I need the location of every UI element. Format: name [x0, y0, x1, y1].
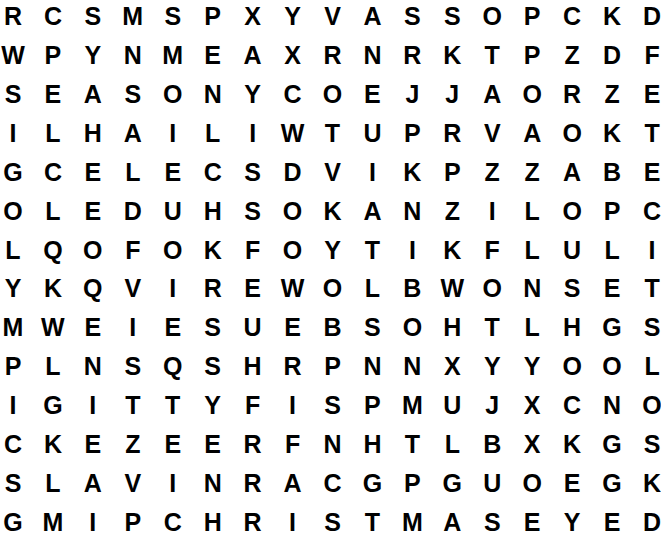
grid-cell[interactable]: L — [193, 114, 233, 153]
grid-cell[interactable]: T — [632, 114, 661, 153]
grid-cell[interactable]: K — [33, 269, 73, 308]
grid-cell[interactable]: R — [273, 347, 313, 386]
grid-cell[interactable]: L — [592, 231, 632, 270]
grid-cell[interactable]: V — [313, 0, 353, 36]
grid-cell[interactable]: E — [632, 153, 661, 192]
grid-cell[interactable]: Z — [472, 153, 512, 192]
grid-cell[interactable]: M — [113, 0, 153, 36]
grid-cell[interactable]: P — [392, 464, 432, 503]
grid-cell[interactable]: F — [273, 425, 313, 464]
grid-cell[interactable]: V — [472, 114, 512, 153]
grid-cell[interactable]: C — [0, 425, 33, 464]
grid-cell[interactable]: G — [352, 464, 392, 503]
grid-cell[interactable]: G — [0, 153, 33, 192]
grid-cell[interactable]: S — [233, 153, 273, 192]
grid-cell[interactable]: N — [392, 347, 432, 386]
grid-cell[interactable]: K — [632, 464, 661, 503]
grid-cell[interactable]: S — [552, 269, 592, 308]
grid-cell[interactable]: O — [592, 347, 632, 386]
grid-cell[interactable]: Y — [552, 503, 592, 542]
grid-cell[interactable]: P — [33, 36, 73, 75]
grid-cell[interactable]: A — [552, 153, 592, 192]
grid-cell[interactable]: P — [113, 503, 153, 542]
grid-cell[interactable]: W — [33, 308, 73, 347]
grid-cell[interactable]: C — [33, 153, 73, 192]
grid-cell[interactable]: N — [392, 192, 432, 231]
grid-cell[interactable]: U — [153, 192, 193, 231]
grid-cell[interactable]: T — [153, 386, 193, 425]
grid-cell[interactable]: A — [472, 75, 512, 114]
grid-cell[interactable]: O — [313, 269, 353, 308]
grid-cell[interactable]: O — [313, 75, 353, 114]
grid-cell[interactable]: T — [113, 386, 153, 425]
grid-cell[interactable]: O — [552, 192, 592, 231]
grid-cell[interactable]: E — [73, 425, 113, 464]
grid-cell[interactable]: Q — [33, 231, 73, 270]
grid-cell[interactable]: H — [193, 503, 233, 542]
grid-cell[interactable]: W — [432, 269, 472, 308]
grid-cell[interactable]: T — [472, 308, 512, 347]
grid-cell[interactable]: H — [73, 114, 113, 153]
grid-cell[interactable]: L — [33, 347, 73, 386]
grid-cell[interactable]: S — [153, 0, 193, 36]
grid-cell[interactable]: O — [273, 231, 313, 270]
grid-cell[interactable]: I — [273, 503, 313, 542]
grid-cell[interactable]: L — [512, 308, 552, 347]
grid-cell[interactable]: T — [632, 269, 661, 308]
grid-cell[interactable]: R — [0, 0, 33, 36]
grid-cell[interactable]: M — [33, 503, 73, 542]
grid-cell[interactable]: Y — [313, 231, 353, 270]
grid-cell[interactable]: G — [33, 386, 73, 425]
grid-cell[interactable]: C — [313, 464, 353, 503]
grid-cell[interactable]: E — [273, 308, 313, 347]
grid-cell[interactable]: E — [552, 464, 592, 503]
grid-cell[interactable]: T — [313, 114, 353, 153]
grid-cell[interactable]: T — [472, 36, 512, 75]
grid-cell[interactable]: S — [0, 464, 33, 503]
grid-cell[interactable]: Y — [193, 386, 233, 425]
grid-cell[interactable]: I — [472, 192, 512, 231]
grid-cell[interactable]: G — [432, 464, 472, 503]
grid-cell[interactable]: H — [552, 308, 592, 347]
grid-cell[interactable]: T — [392, 425, 432, 464]
grid-cell[interactable]: L — [33, 192, 73, 231]
grid-cell[interactable]: W — [273, 269, 313, 308]
grid-cell[interactable]: L — [113, 153, 153, 192]
grid-cell[interactable]: P — [512, 0, 552, 36]
grid-cell[interactable]: J — [472, 386, 512, 425]
grid-cell[interactable]: E — [193, 425, 233, 464]
grid-cell[interactable]: K — [592, 0, 632, 36]
grid-cell[interactable]: K — [33, 425, 73, 464]
grid-cell[interactable]: X — [512, 425, 552, 464]
grid-cell[interactable]: C — [33, 0, 73, 36]
grid-cell[interactable]: N — [73, 347, 113, 386]
grid-cell[interactable]: X — [432, 347, 472, 386]
grid-cell[interactable]: Y — [73, 36, 113, 75]
grid-cell[interactable]: H — [193, 192, 233, 231]
grid-cell[interactable]: O — [392, 308, 432, 347]
grid-cell[interactable]: T — [352, 503, 392, 542]
grid-cell[interactable]: I — [392, 231, 432, 270]
grid-cell[interactable]: R — [233, 503, 273, 542]
grid-cell[interactable]: Y — [233, 75, 273, 114]
grid-cell[interactable]: E — [352, 75, 392, 114]
grid-cell[interactable]: V — [113, 269, 153, 308]
grid-cell[interactable]: S — [313, 386, 353, 425]
grid-cell[interactable]: G — [0, 503, 33, 542]
grid-cell[interactable]: C — [193, 153, 233, 192]
grid-cell[interactable]: R — [233, 425, 273, 464]
grid-cell[interactable]: I — [352, 153, 392, 192]
grid-cell[interactable]: Y — [472, 347, 512, 386]
grid-cell[interactable]: N — [352, 347, 392, 386]
grid-cell[interactable]: P — [352, 386, 392, 425]
grid-cell[interactable]: P — [392, 114, 432, 153]
grid-cell[interactable]: N — [193, 75, 233, 114]
grid-cell[interactable]: O — [0, 192, 33, 231]
grid-cell[interactable]: Y — [0, 269, 33, 308]
grid-cell[interactable]: R — [432, 114, 472, 153]
grid-cell[interactable]: R — [233, 464, 273, 503]
grid-cell[interactable]: D — [273, 153, 313, 192]
grid-cell[interactable]: E — [592, 503, 632, 542]
grid-cell[interactable]: P — [512, 36, 552, 75]
grid-cell[interactable]: I — [73, 386, 113, 425]
grid-cell[interactable]: P — [313, 347, 353, 386]
grid-cell[interactable]: R — [552, 75, 592, 114]
grid-cell[interactable]: D — [113, 192, 153, 231]
grid-cell[interactable]: P — [193, 0, 233, 36]
grid-cell[interactable]: D — [632, 503, 661, 542]
grid-cell[interactable]: S — [233, 192, 273, 231]
grid-cell[interactable]: D — [632, 0, 661, 36]
grid-cell[interactable]: S — [432, 0, 472, 36]
grid-cell[interactable]: E — [153, 153, 193, 192]
grid-cell[interactable]: T — [352, 231, 392, 270]
grid-cell[interactable]: I — [73, 503, 113, 542]
grid-cell[interactable]: V — [113, 464, 153, 503]
grid-cell[interactable]: G — [592, 464, 632, 503]
grid-cell[interactable]: E — [33, 75, 73, 114]
grid-cell[interactable]: E — [73, 308, 113, 347]
grid-cell[interactable]: O — [512, 464, 552, 503]
grid-cell[interactable]: K — [313, 192, 353, 231]
grid-cell[interactable]: F — [233, 386, 273, 425]
word-search-page: RCSMSPXYVASSOPCKDWPYNMEAXRNRKTPZDFSEASON… — [0, 0, 661, 543]
grid-cell[interactable]: R — [193, 269, 233, 308]
grid-cell[interactable]: E — [193, 36, 233, 75]
grid-cell[interactable]: G — [592, 425, 632, 464]
grid-cell[interactable]: A — [233, 36, 273, 75]
grid-cell[interactable]: P — [432, 153, 472, 192]
word-search-grid: RCSMSPXYVASSOPCKDWPYNMEAXRNRKTPZDFSEASON… — [0, 0, 661, 542]
grid-cell[interactable]: I — [113, 308, 153, 347]
grid-cell[interactable]: I — [632, 231, 661, 270]
grid-cell[interactable]: S — [352, 308, 392, 347]
grid-cell[interactable]: N — [512, 269, 552, 308]
grid-cell[interactable]: I — [153, 114, 193, 153]
grid-cell[interactable]: E — [73, 153, 113, 192]
grid-cell[interactable]: O — [552, 114, 592, 153]
grid-cell[interactable]: H — [233, 347, 273, 386]
grid-cell[interactable]: K — [193, 231, 233, 270]
grid-cell[interactable]: I — [0, 386, 33, 425]
grid-cell[interactable]: U — [352, 114, 392, 153]
grid-cell[interactable]: U — [432, 386, 472, 425]
grid-cell[interactable]: Q — [153, 347, 193, 386]
grid-cell[interactable]: N — [352, 36, 392, 75]
grid-cell[interactable]: O — [552, 347, 592, 386]
grid-cell[interactable]: W — [273, 114, 313, 153]
grid-cell[interactable]: I — [153, 464, 193, 503]
grid-cell[interactable]: H — [352, 425, 392, 464]
grid-cell[interactable]: J — [392, 75, 432, 114]
grid-cell[interactable]: S — [113, 347, 153, 386]
grid-cell[interactable]: S — [313, 503, 353, 542]
grid-cell[interactable]: M — [392, 503, 432, 542]
grid-cell[interactable]: E — [632, 75, 661, 114]
grid-cell[interactable]: Z — [512, 153, 552, 192]
grid-cell[interactable]: Z — [432, 192, 472, 231]
grid-cell[interactable]: S — [113, 75, 153, 114]
grid-cell[interactable]: K — [432, 36, 472, 75]
grid-cell[interactable]: A — [352, 192, 392, 231]
grid-cell[interactable]: B — [392, 269, 432, 308]
grid-cell[interactable]: X — [233, 0, 273, 36]
grid-cell[interactable]: A — [432, 503, 472, 542]
grid-cell[interactable]: S — [193, 308, 233, 347]
grid-cell[interactable]: B — [472, 425, 512, 464]
grid-cell[interactable]: N — [113, 36, 153, 75]
grid-cell[interactable]: A — [73, 464, 113, 503]
grid-cell[interactable]: F — [472, 231, 512, 270]
grid-cell[interactable]: U — [233, 308, 273, 347]
grid-cell[interactable]: U — [472, 464, 512, 503]
grid-cell[interactable]: X — [273, 36, 313, 75]
grid-cell[interactable]: S — [73, 0, 113, 36]
grid-cell[interactable]: E — [73, 192, 113, 231]
grid-cell[interactable]: K — [432, 231, 472, 270]
grid-cell[interactable]: O — [472, 269, 512, 308]
grid-cell[interactable]: R — [313, 36, 353, 75]
grid-cell[interactable]: O — [153, 75, 193, 114]
grid-cell[interactable]: E — [233, 269, 273, 308]
grid-cell[interactable]: A — [512, 114, 552, 153]
grid-cell[interactable]: Q — [73, 269, 113, 308]
grid-cell[interactable]: V — [313, 153, 353, 192]
grid-cell[interactable]: F — [632, 36, 661, 75]
grid-cell[interactable]: O — [512, 75, 552, 114]
grid-cell[interactable]: S — [0, 75, 33, 114]
grid-cell[interactable]: L — [632, 347, 661, 386]
grid-cell[interactable]: S — [632, 425, 661, 464]
grid-cell[interactable]: C — [552, 386, 592, 425]
grid-cell[interactable]: O — [73, 231, 113, 270]
grid-cell[interactable]: O — [153, 231, 193, 270]
grid-cell[interactable]: L — [432, 425, 472, 464]
grid-cell[interactable]: O — [472, 0, 512, 36]
grid-cell[interactable]: B — [592, 153, 632, 192]
grid-cell[interactable]: H — [432, 308, 472, 347]
grid-cell[interactable]: C — [273, 75, 313, 114]
grid-cell[interactable]: L — [512, 231, 552, 270]
grid-cell[interactable]: G — [592, 308, 632, 347]
grid-cell[interactable]: D — [592, 36, 632, 75]
grid-cell[interactable]: Y — [273, 0, 313, 36]
grid-cell[interactable]: U — [552, 231, 592, 270]
grid-cell[interactable]: S — [392, 0, 432, 36]
grid-cell[interactable]: O — [632, 386, 661, 425]
grid-cell[interactable]: W — [0, 36, 33, 75]
grid-cell[interactable]: E — [153, 308, 193, 347]
grid-cell[interactable]: A — [273, 464, 313, 503]
grid-cell[interactable]: M — [0, 308, 33, 347]
grid-cell[interactable]: R — [392, 36, 432, 75]
grid-cell[interactable]: N — [313, 425, 353, 464]
grid-cell[interactable]: F — [113, 231, 153, 270]
grid-cell[interactable]: K — [392, 153, 432, 192]
grid-cell[interactable]: F — [233, 231, 273, 270]
grid-cell[interactable]: A — [113, 114, 153, 153]
grid-cell[interactable]: A — [352, 0, 392, 36]
grid-cell[interactable]: I — [153, 269, 193, 308]
grid-cell[interactable]: K — [592, 114, 632, 153]
grid-cell[interactable]: X — [512, 386, 552, 425]
grid-cell[interactable]: L — [33, 464, 73, 503]
grid-cell[interactable]: C — [552, 0, 592, 36]
grid-cell[interactable]: Z — [592, 75, 632, 114]
grid-cell[interactable]: L — [512, 192, 552, 231]
grid-cell[interactable]: N — [193, 464, 233, 503]
grid-cell[interactable]: B — [313, 308, 353, 347]
grid-cell[interactable]: S — [632, 308, 661, 347]
grid-cell[interactable]: C — [153, 503, 193, 542]
grid-cell[interactable]: I — [0, 114, 33, 153]
grid-cell[interactable]: L — [33, 114, 73, 153]
grid-cell[interactable]: E — [592, 269, 632, 308]
grid-cell[interactable]: S — [193, 347, 233, 386]
grid-cell[interactable]: L — [352, 269, 392, 308]
grid-cell[interactable]: M — [153, 36, 193, 75]
grid-cell[interactable]: J — [432, 75, 472, 114]
grid-cell[interactable]: Y — [512, 347, 552, 386]
grid-cell[interactable]: A — [73, 75, 113, 114]
grid-cell[interactable]: L — [0, 231, 33, 270]
grid-cell[interactable]: P — [0, 347, 33, 386]
grid-cell[interactable]: Z — [552, 36, 592, 75]
grid-cell[interactable]: S — [472, 503, 512, 542]
grid-cell[interactable]: N — [592, 386, 632, 425]
grid-cell[interactable]: E — [153, 425, 193, 464]
grid-cell[interactable]: C — [632, 192, 661, 231]
grid-cell[interactable]: M — [392, 386, 432, 425]
grid-cell[interactable]: I — [233, 114, 273, 153]
grid-cell[interactable]: O — [273, 192, 313, 231]
grid-cell[interactable]: P — [592, 192, 632, 231]
grid-cell[interactable]: K — [552, 425, 592, 464]
grid-cell[interactable]: E — [512, 503, 552, 542]
grid-cell[interactable]: I — [273, 386, 313, 425]
grid-cell[interactable]: Z — [113, 425, 153, 464]
